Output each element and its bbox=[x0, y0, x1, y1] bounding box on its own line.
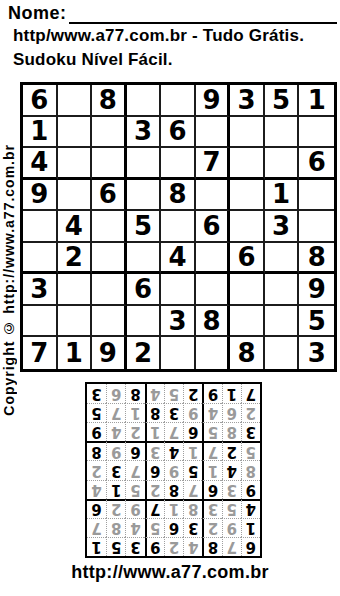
puzzle-cell-r6c5: 4 bbox=[161, 243, 196, 275]
puzzle-level-title: Sudoku Nível Fácil. bbox=[13, 50, 173, 70]
solution-cell-r6c1: 5 bbox=[241, 441, 260, 460]
solution-digit: 7 bbox=[91, 519, 101, 537]
solution-digit: 5 bbox=[246, 443, 256, 461]
solution-cell-r5c4: 5 bbox=[183, 460, 202, 479]
solution-cell-r7c6: 1 bbox=[145, 422, 164, 441]
solution-digit: 7 bbox=[150, 500, 160, 518]
solution-cell-r8c2: 6 bbox=[222, 403, 241, 422]
puzzle-digit: 2 bbox=[65, 243, 83, 272]
puzzle-cell-r6c9: 8 bbox=[299, 243, 334, 275]
solution-cell-r3c4: 8 bbox=[183, 499, 202, 518]
puzzle-cell-r3c4 bbox=[127, 148, 162, 180]
solution-cell-r7c2: 8 bbox=[222, 422, 241, 441]
puzzle-cell-r6c3 bbox=[92, 243, 127, 275]
solution-cell-r5c5: 9 bbox=[164, 460, 183, 479]
solution-digit: 1 bbox=[150, 423, 160, 441]
sudoku-print-page: Nome: http/www.a77.com.br - Tudo Grátis.… bbox=[0, 0, 340, 596]
puzzle-cell-r4c5: 8 bbox=[161, 180, 196, 212]
solution-digit: 7 bbox=[130, 462, 140, 480]
solution-digit: 2 bbox=[246, 404, 256, 422]
puzzle-cell-r4c8: 1 bbox=[265, 180, 300, 212]
solution-cell-r6c2: 2 bbox=[222, 441, 241, 460]
solution-digit: 2 bbox=[188, 385, 198, 403]
solution-digit: 5 bbox=[130, 481, 140, 499]
solution-digit: 1 bbox=[246, 519, 256, 537]
solution-digit: 9 bbox=[150, 538, 160, 556]
solution-digit: 7 bbox=[246, 385, 256, 403]
puzzle-cell-r6c6 bbox=[196, 243, 231, 275]
puzzle-cell-r5c4: 5 bbox=[127, 211, 162, 243]
solution-cell-r2c3: 2 bbox=[202, 518, 221, 537]
puzzle-cell-r7c9: 9 bbox=[299, 274, 334, 306]
vertical-copyright: Copyright © http://www.a77.com.br bbox=[0, 88, 18, 472]
solution-cell-r5c6: 6 bbox=[145, 460, 164, 479]
solution-digit: 6 bbox=[111, 385, 121, 403]
solution-cell-r3c3: 3 bbox=[202, 499, 221, 518]
puzzle-digit: 3 bbox=[30, 274, 48, 304]
puzzle-cell-r7c5 bbox=[161, 274, 196, 306]
solution-digit: 9 bbox=[169, 462, 179, 480]
solution-digit: 9 bbox=[226, 519, 236, 537]
solution-cell-r6c4: 1 bbox=[183, 441, 202, 460]
puzzle-cell-r2c6 bbox=[196, 117, 231, 149]
puzzle-digit: 2 bbox=[134, 338, 152, 368]
puzzle-digit: 8 bbox=[308, 243, 326, 272]
solution-cell-r1c3: 8 bbox=[202, 537, 221, 556]
solution-cell-r7c7: 2 bbox=[125, 422, 144, 441]
site-header: http/www.a77.com.br - Tudo Grátis. bbox=[13, 26, 304, 46]
solution-digit: 3 bbox=[111, 462, 121, 480]
solution-cell-r1c6: 9 bbox=[145, 537, 164, 556]
solution-cell-r9c9: 3 bbox=[87, 384, 106, 403]
solution-digit: 4 bbox=[169, 443, 179, 461]
name-label: Nome: bbox=[8, 3, 67, 24]
puzzle-cell-r8c4 bbox=[127, 306, 162, 338]
puzzle-digit: 5 bbox=[308, 306, 326, 336]
solution-cell-r4c2: 3 bbox=[222, 480, 241, 499]
puzzle-digit: 9 bbox=[30, 180, 48, 210]
puzzle-cell-r3c7 bbox=[230, 148, 265, 180]
solution-digit: 9 bbox=[208, 385, 218, 403]
puzzle-cell-r8c5: 3 bbox=[161, 306, 196, 338]
solution-cell-r8c1: 2 bbox=[241, 403, 260, 422]
puzzle-cell-r3c3 bbox=[92, 148, 127, 180]
puzzle-cell-r6c2: 2 bbox=[58, 243, 93, 275]
solution-digit: 8 bbox=[226, 423, 236, 441]
solution-digit: 3 bbox=[130, 538, 140, 556]
solution-cell-r2c5: 6 bbox=[164, 518, 183, 537]
solution-digit: 8 bbox=[130, 385, 140, 403]
puzzle-cell-r7c1: 3 bbox=[23, 274, 58, 306]
puzzle-cell-r1c6: 9 bbox=[196, 85, 231, 117]
solution-digit: 9 bbox=[130, 500, 140, 518]
puzzle-cell-r7c6 bbox=[196, 274, 231, 306]
solution-cell-r5c9: 2 bbox=[87, 460, 106, 479]
puzzle-cell-r5c8: 3 bbox=[265, 211, 300, 243]
solution-digit: 5 bbox=[150, 519, 160, 537]
puzzle-cell-r9c2: 1 bbox=[58, 337, 93, 369]
solution-digit: 2 bbox=[91, 462, 101, 480]
solution-digit: 3 bbox=[169, 404, 179, 422]
solution-digit: 6 bbox=[91, 500, 101, 518]
solution-cell-r2c2: 9 bbox=[222, 518, 241, 537]
puzzle-digit: 5 bbox=[272, 85, 290, 115]
puzzle-cell-r9c7: 8 bbox=[230, 337, 265, 369]
puzzle-cell-r2c7 bbox=[230, 117, 265, 149]
puzzle-digit: 3 bbox=[308, 338, 326, 368]
puzzle-cell-r1c9: 1 bbox=[299, 85, 334, 117]
solution-digit: 4 bbox=[226, 462, 236, 480]
solution-cell-r3c7: 9 bbox=[125, 499, 144, 518]
puzzle-cell-r2c1: 1 bbox=[23, 117, 58, 149]
solution-digit: 6 bbox=[169, 519, 179, 537]
solution-digit: 5 bbox=[208, 423, 218, 441]
puzzle-cell-r7c2 bbox=[58, 274, 93, 306]
solution-digit: 3 bbox=[91, 385, 101, 403]
puzzle-cell-r8c1 bbox=[23, 306, 58, 338]
solution-cell-r9c7: 8 bbox=[125, 384, 144, 403]
puzzle-digit: 1 bbox=[308, 85, 326, 115]
solution-cell-r7c1: 3 bbox=[241, 422, 260, 441]
solution-cell-r8c9: 5 bbox=[87, 403, 106, 422]
vertical-copyright-text: Copyright © http://www.a77.com.br bbox=[1, 144, 17, 416]
puzzle-digit: 3 bbox=[238, 85, 256, 115]
solution-cell-r7c4: 6 bbox=[183, 422, 202, 441]
solution-digit: 2 bbox=[208, 519, 218, 537]
puzzle-cell-r2c9 bbox=[299, 117, 334, 149]
solution-cell-r7c9: 9 bbox=[87, 422, 106, 441]
puzzle-digit: 8 bbox=[168, 180, 186, 210]
solution-digit: 3 bbox=[246, 423, 256, 441]
puzzle-digit: 3 bbox=[168, 306, 186, 336]
puzzle-cell-r4c9 bbox=[299, 180, 334, 212]
solution-cell-r4c4: 7 bbox=[183, 480, 202, 499]
solution-cell-r5c7: 7 bbox=[125, 460, 144, 479]
solution-digit: 5 bbox=[111, 538, 121, 556]
puzzle-cell-r3c2 bbox=[58, 148, 93, 180]
puzzle-cell-r6c8 bbox=[265, 243, 300, 275]
solution-digit: 7 bbox=[188, 481, 198, 499]
solution-cell-r9c3: 9 bbox=[202, 384, 221, 403]
puzzle-digit: 3 bbox=[272, 211, 290, 241]
solution-digit: 4 bbox=[111, 423, 121, 441]
puzzle-digit: 4 bbox=[65, 211, 83, 241]
puzzle-cell-r2c8 bbox=[265, 117, 300, 149]
puzzle-digit: 1 bbox=[65, 338, 83, 368]
puzzle-cell-r5c3 bbox=[92, 211, 127, 243]
solution-cell-r1c5: 2 bbox=[164, 537, 183, 556]
footer-url: http://www.a77.com.br bbox=[0, 562, 340, 583]
solution-digit: 2 bbox=[130, 423, 140, 441]
solution-digit: 8 bbox=[246, 462, 256, 480]
solution-digit: 8 bbox=[188, 500, 198, 518]
solution-digit: 4 bbox=[130, 519, 140, 537]
puzzle-digit: 1 bbox=[272, 180, 290, 210]
puzzle-cell-r5c7 bbox=[230, 211, 265, 243]
solution-digit: 3 bbox=[188, 519, 198, 537]
solution-cell-r3c8: 2 bbox=[106, 499, 125, 518]
solution-cell-r6c8: 9 bbox=[106, 441, 125, 460]
puzzle-digit: 9 bbox=[99, 338, 117, 368]
puzzle-cell-r6c4 bbox=[127, 243, 162, 275]
puzzle-digit: 9 bbox=[203, 85, 221, 115]
puzzle-cell-r5c1 bbox=[23, 211, 58, 243]
puzzle-cell-r9c8 bbox=[265, 337, 300, 369]
solution-digit: 4 bbox=[188, 538, 198, 556]
solution-digit: 4 bbox=[150, 385, 160, 403]
puzzle-cell-r7c7 bbox=[230, 274, 265, 306]
puzzle-cell-r4c3: 6 bbox=[92, 180, 127, 212]
puzzle-cell-r1c7: 3 bbox=[230, 85, 265, 117]
solution-digit: 8 bbox=[91, 443, 101, 461]
solution-digit: 5 bbox=[226, 500, 236, 518]
puzzle-cell-r3c9: 6 bbox=[299, 148, 334, 180]
puzzle-cell-r2c3 bbox=[92, 117, 127, 149]
puzzle-cell-r1c2 bbox=[58, 85, 93, 117]
puzzle-cell-r7c8 bbox=[265, 274, 300, 306]
solution-digit: 1 bbox=[188, 443, 198, 461]
puzzle-grid: 689351136476968145632468369385719283 bbox=[20, 82, 337, 372]
solution-digit: 7 bbox=[169, 423, 179, 441]
solution-cell-r3c1: 4 bbox=[241, 499, 260, 518]
solution-cell-r9c6: 4 bbox=[145, 384, 164, 403]
puzzle-cell-r1c5 bbox=[161, 85, 196, 117]
puzzle-cell-r4c6 bbox=[196, 180, 231, 212]
puzzle-cell-r3c8 bbox=[265, 148, 300, 180]
puzzle-cell-r1c8: 5 bbox=[265, 85, 300, 117]
solution-cell-r6c9: 8 bbox=[87, 441, 106, 460]
puzzle-digit: 6 bbox=[308, 148, 326, 177]
puzzle-digit: 6 bbox=[99, 180, 117, 210]
solution-cell-r4c8: 1 bbox=[106, 480, 125, 499]
puzzle-digit: 8 bbox=[238, 338, 256, 368]
solution-digit: 7 bbox=[226, 538, 236, 556]
solution-digit: 4 bbox=[246, 500, 256, 518]
solution-cell-r8c4: 9 bbox=[183, 403, 202, 422]
solution-cell-r4c7: 5 bbox=[125, 480, 144, 499]
puzzle-cell-r4c2 bbox=[58, 180, 93, 212]
solution-cell-r2c9: 7 bbox=[87, 518, 106, 537]
solution-cell-r8c7: 1 bbox=[125, 403, 144, 422]
solution-digit: 9 bbox=[111, 443, 121, 461]
puzzle-digit: 3 bbox=[134, 117, 152, 147]
solution-cell-r8c6: 8 bbox=[145, 403, 164, 422]
puzzle-cell-r6c1 bbox=[23, 243, 58, 275]
puzzle-cell-r2c5: 6 bbox=[161, 117, 196, 149]
puzzle-digit: 6 bbox=[203, 211, 221, 241]
solution-digit: 2 bbox=[226, 443, 236, 461]
solution-cell-r5c2: 4 bbox=[222, 460, 241, 479]
solution-digit: 8 bbox=[208, 538, 218, 556]
puzzle-cell-r7c3 bbox=[92, 274, 127, 306]
puzzle-cell-r7c4: 6 bbox=[127, 274, 162, 306]
puzzle-cell-r9c3: 9 bbox=[92, 337, 127, 369]
puzzle-cell-r8c9: 5 bbox=[299, 306, 334, 338]
solution-digit: 7 bbox=[208, 443, 218, 461]
solution-cell-r7c3: 5 bbox=[202, 422, 221, 441]
solution-cell-r7c5: 7 bbox=[164, 422, 183, 441]
solution-digit: 7 bbox=[111, 404, 121, 422]
solution-cell-r2c6: 5 bbox=[145, 518, 164, 537]
solution-cell-r7c8: 4 bbox=[106, 422, 125, 441]
solution-digit: 6 bbox=[208, 481, 218, 499]
solution-digit: 8 bbox=[150, 404, 160, 422]
solution-cell-r5c8: 3 bbox=[106, 460, 125, 479]
puzzle-cell-r5c9 bbox=[299, 211, 334, 243]
puzzle-cell-r8c2 bbox=[58, 306, 93, 338]
solution-digit: 3 bbox=[150, 443, 160, 461]
solution-cell-r4c5: 8 bbox=[164, 480, 183, 499]
puzzle-digit: 5 bbox=[134, 211, 152, 241]
puzzle-cell-r6c7: 6 bbox=[230, 243, 265, 275]
puzzle-cell-r9c4: 2 bbox=[127, 337, 162, 369]
puzzle-cell-r2c4: 3 bbox=[127, 117, 162, 149]
solution-digit: 1 bbox=[91, 538, 101, 556]
puzzle-cell-r4c7 bbox=[230, 180, 265, 212]
puzzle-cell-r9c5 bbox=[161, 337, 196, 369]
solution-digit: 4 bbox=[91, 481, 101, 499]
name-row: Nome: bbox=[8, 3, 337, 24]
solution-cell-r1c2: 7 bbox=[222, 537, 241, 556]
solution-cell-r1c8: 5 bbox=[106, 537, 125, 556]
solution-cell-r8c8: 7 bbox=[106, 403, 125, 422]
puzzle-digit: 6 bbox=[30, 85, 48, 115]
solution-cell-r6c5: 4 bbox=[164, 441, 183, 460]
puzzle-cell-r5c5 bbox=[161, 211, 196, 243]
puzzle-cell-r5c2: 4 bbox=[58, 211, 93, 243]
solution-cell-r9c4: 2 bbox=[183, 384, 202, 403]
solution-cell-r3c9: 6 bbox=[87, 499, 106, 518]
solution-digit: 1 bbox=[169, 500, 179, 518]
puzzle-cell-r1c3: 8 bbox=[92, 85, 127, 117]
puzzle-digit: 7 bbox=[30, 338, 48, 368]
puzzle-digit: 4 bbox=[30, 148, 48, 177]
solution-cell-r2c7: 4 bbox=[125, 518, 144, 537]
solution-digit: 6 bbox=[188, 423, 198, 441]
solution-digit: 6 bbox=[150, 462, 160, 480]
solution-cell-r5c1: 8 bbox=[241, 460, 260, 479]
solution-grid-upside-down: 6784293511923654874538179269367825148415… bbox=[85, 382, 262, 558]
solution-cell-r8c5: 3 bbox=[164, 403, 183, 422]
solution-digit: 1 bbox=[226, 385, 236, 403]
puzzle-digit: 1 bbox=[30, 117, 48, 147]
solution-cell-r5c3: 1 bbox=[202, 460, 221, 479]
puzzle-cell-r9c6 bbox=[196, 337, 231, 369]
solution-cell-r2c1: 1 bbox=[241, 518, 260, 537]
solution-digit: 9 bbox=[91, 423, 101, 441]
puzzle-digit: 7 bbox=[203, 148, 221, 177]
puzzle-cell-r8c8 bbox=[265, 306, 300, 338]
puzzle-cell-r1c1: 6 bbox=[23, 85, 58, 117]
solution-cell-r9c1: 7 bbox=[241, 384, 260, 403]
puzzle-cell-r3c1: 4 bbox=[23, 148, 58, 180]
solution-digit: 4 bbox=[208, 404, 218, 422]
puzzle-digit: 6 bbox=[134, 274, 152, 304]
solution-digit: 8 bbox=[111, 519, 121, 537]
puzzle-cell-r9c1: 7 bbox=[23, 337, 58, 369]
solution-cell-r9c2: 1 bbox=[222, 384, 241, 403]
solution-cell-r6c6: 3 bbox=[145, 441, 164, 460]
solution-cell-r1c7: 3 bbox=[125, 537, 144, 556]
puzzle-digit: 6 bbox=[238, 243, 256, 272]
puzzle-cell-r3c6: 7 bbox=[196, 148, 231, 180]
name-blank-line bbox=[69, 5, 337, 24]
solution-digit: 2 bbox=[150, 481, 160, 499]
puzzle-digit: 9 bbox=[308, 274, 326, 304]
solution-cell-r1c4: 4 bbox=[183, 537, 202, 556]
puzzle-cell-r9c9: 3 bbox=[299, 337, 334, 369]
solution-cell-r4c9: 4 bbox=[87, 480, 106, 499]
solution-digit: 5 bbox=[188, 462, 198, 480]
solution-digit: 9 bbox=[188, 404, 198, 422]
solution-cell-r9c8: 6 bbox=[106, 384, 125, 403]
puzzle-cell-r3c5 bbox=[161, 148, 196, 180]
solution-cell-r6c3: 7 bbox=[202, 441, 221, 460]
solution-digit: 1 bbox=[208, 462, 218, 480]
solution-digit: 5 bbox=[91, 404, 101, 422]
solution-cell-r6c7: 6 bbox=[125, 441, 144, 460]
solution-cell-r8c3: 4 bbox=[202, 403, 221, 422]
solution-digit: 5 bbox=[169, 385, 179, 403]
puzzle-digit: 8 bbox=[99, 85, 117, 115]
solution-digit: 1 bbox=[111, 481, 121, 499]
solution-cell-r3c2: 5 bbox=[222, 499, 241, 518]
puzzle-digit: 8 bbox=[203, 306, 221, 336]
solution-digit: 1 bbox=[130, 404, 140, 422]
solution-digit: 6 bbox=[246, 538, 256, 556]
solution-cell-r2c4: 3 bbox=[183, 518, 202, 537]
puzzle-digit: 6 bbox=[168, 117, 186, 147]
solution-digit: 6 bbox=[130, 443, 140, 461]
solution-digit: 6 bbox=[226, 404, 236, 422]
puzzle-digit: 4 bbox=[168, 243, 186, 272]
solution-cell-r9c5: 5 bbox=[164, 384, 183, 403]
solution-digit: 3 bbox=[208, 500, 218, 518]
puzzle-cell-r5c6: 6 bbox=[196, 211, 231, 243]
puzzle-cell-r8c6: 8 bbox=[196, 306, 231, 338]
puzzle-cell-r8c3 bbox=[92, 306, 127, 338]
solution-cell-r3c6: 7 bbox=[145, 499, 164, 518]
solution-digit: 9 bbox=[246, 481, 256, 499]
puzzle-cell-r4c1: 9 bbox=[23, 180, 58, 212]
solution-cell-r4c1: 9 bbox=[241, 480, 260, 499]
solution-cell-r3c5: 1 bbox=[164, 499, 183, 518]
puzzle-cell-r8c7 bbox=[230, 306, 265, 338]
solution-cell-r1c9: 1 bbox=[87, 537, 106, 556]
solution-cell-r4c6: 2 bbox=[145, 480, 164, 499]
puzzle-cell-r2c2 bbox=[58, 117, 93, 149]
solution-cell-r1c1: 6 bbox=[241, 537, 260, 556]
solution-digit: 2 bbox=[169, 538, 179, 556]
solution-digit: 2 bbox=[111, 500, 121, 518]
solution-cell-r4c3: 6 bbox=[202, 480, 221, 499]
puzzle-cell-r4c4 bbox=[127, 180, 162, 212]
puzzle-cell-r1c4 bbox=[127, 85, 162, 117]
solution-cell-r2c8: 8 bbox=[106, 518, 125, 537]
solution-digit: 8 bbox=[169, 481, 179, 499]
solution-digit: 3 bbox=[226, 481, 236, 499]
